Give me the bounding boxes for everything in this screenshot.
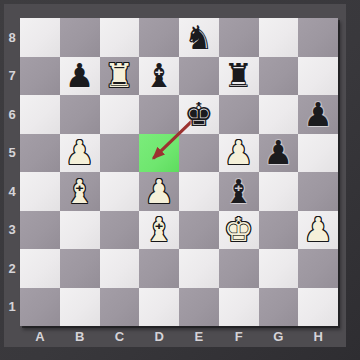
- square-f4[interactable]: ♝: [219, 172, 259, 211]
- window-background: 87654321 ABCDEFGH ♞♟♜♝♜♚♟♟♟♟♝♟♝♝♚♟: [0, 0, 360, 360]
- square-e1[interactable]: [179, 288, 219, 327]
- square-a3[interactable]: [20, 211, 60, 250]
- square-e5[interactable]: [179, 134, 219, 173]
- square-f3[interactable]: ♚: [219, 211, 259, 250]
- file-label-a: A: [20, 326, 60, 347]
- square-d6[interactable]: [139, 95, 179, 134]
- file-label-f: F: [219, 326, 259, 347]
- square-g8[interactable]: [259, 18, 299, 57]
- piece-black-pawn[interactable]: ♟: [65, 59, 95, 92]
- square-d5[interactable]: [139, 134, 179, 173]
- file-label-g: G: [259, 326, 299, 347]
- file-label-c: C: [100, 326, 140, 347]
- square-a7[interactable]: [20, 57, 60, 96]
- piece-black-rook[interactable]: ♜: [224, 59, 254, 92]
- board-frame: 87654321 ABCDEFGH ♞♟♜♝♜♚♟♟♟♟♝♟♝♝♚♟: [4, 4, 346, 347]
- square-b3[interactable]: [60, 211, 100, 250]
- chess-board: ♞♟♜♝♜♚♟♟♟♟♝♟♝♝♚♟: [20, 18, 338, 326]
- square-b8[interactable]: [60, 18, 100, 57]
- square-c6[interactable]: [100, 95, 140, 134]
- square-a8[interactable]: [20, 18, 60, 57]
- square-b6[interactable]: [60, 95, 100, 134]
- file-label-b: B: [60, 326, 100, 347]
- piece-black-pawn[interactable]: ♟: [303, 98, 333, 131]
- rank-label-6: 6: [4, 95, 20, 134]
- square-d3[interactable]: ♝: [139, 211, 179, 250]
- rank-label-8: 8: [4, 18, 20, 57]
- square-a2[interactable]: [20, 249, 60, 288]
- square-g5[interactable]: ♟: [259, 134, 299, 173]
- piece-white-pawn[interactable]: ♟: [144, 175, 174, 208]
- piece-white-rook[interactable]: ♜: [105, 59, 135, 92]
- piece-black-pawn[interactable]: ♟: [264, 136, 294, 169]
- square-b2[interactable]: [60, 249, 100, 288]
- square-c5[interactable]: [100, 134, 140, 173]
- file-label-d: D: [139, 326, 179, 347]
- square-f6[interactable]: [219, 95, 259, 134]
- piece-white-king[interactable]: ♚: [224, 213, 254, 246]
- square-h3[interactable]: ♟: [298, 211, 338, 250]
- square-g4[interactable]: [259, 172, 299, 211]
- square-e8[interactable]: ♞: [179, 18, 219, 57]
- square-h7[interactable]: [298, 57, 338, 96]
- rank-label-1: 1: [4, 288, 20, 327]
- square-e6[interactable]: ♚: [179, 95, 219, 134]
- piece-black-bishop[interactable]: ♝: [144, 59, 174, 92]
- board-grid: ♞♟♜♝♜♚♟♟♟♟♝♟♝♝♚♟: [20, 18, 338, 326]
- rank-label-7: 7: [4, 57, 20, 96]
- square-g1[interactable]: [259, 288, 299, 327]
- square-h5[interactable]: [298, 134, 338, 173]
- square-g3[interactable]: [259, 211, 299, 250]
- square-a5[interactable]: [20, 134, 60, 173]
- square-d8[interactable]: [139, 18, 179, 57]
- square-f5[interactable]: ♟: [219, 134, 259, 173]
- square-g7[interactable]: [259, 57, 299, 96]
- square-b1[interactable]: [60, 288, 100, 327]
- rank-label-2: 2: [4, 249, 20, 288]
- square-b4[interactable]: ♝: [60, 172, 100, 211]
- file-labels: ABCDEFGH: [20, 326, 338, 347]
- piece-white-bishop[interactable]: ♝: [144, 213, 174, 246]
- square-c3[interactable]: [100, 211, 140, 250]
- square-f2[interactable]: [219, 249, 259, 288]
- square-c4[interactable]: [100, 172, 140, 211]
- square-a4[interactable]: [20, 172, 60, 211]
- piece-white-pawn[interactable]: ♟: [65, 136, 95, 169]
- square-g6[interactable]: [259, 95, 299, 134]
- square-c2[interactable]: [100, 249, 140, 288]
- square-b5[interactable]: ♟: [60, 134, 100, 173]
- square-d4[interactable]: ♟: [139, 172, 179, 211]
- square-d2[interactable]: [139, 249, 179, 288]
- piece-black-knight[interactable]: ♞: [184, 21, 214, 54]
- piece-white-pawn[interactable]: ♟: [303, 213, 333, 246]
- square-h1[interactable]: [298, 288, 338, 327]
- rank-label-5: 5: [4, 134, 20, 173]
- piece-black-bishop[interactable]: ♝: [224, 175, 254, 208]
- square-a6[interactable]: [20, 95, 60, 134]
- square-a1[interactable]: [20, 288, 60, 327]
- square-c8[interactable]: [100, 18, 140, 57]
- square-e2[interactable]: [179, 249, 219, 288]
- square-f1[interactable]: [219, 288, 259, 327]
- square-e3[interactable]: [179, 211, 219, 250]
- rank-labels: 87654321: [4, 18, 20, 326]
- file-label-e: E: [179, 326, 219, 347]
- square-e7[interactable]: [179, 57, 219, 96]
- file-label-h: H: [298, 326, 338, 347]
- piece-white-pawn[interactable]: ♟: [224, 136, 254, 169]
- square-h2[interactable]: [298, 249, 338, 288]
- piece-white-bishop[interactable]: ♝: [65, 175, 95, 208]
- square-c1[interactable]: [100, 288, 140, 327]
- square-d7[interactable]: ♝: [139, 57, 179, 96]
- rank-label-4: 4: [4, 172, 20, 211]
- piece-black-king[interactable]: ♚: [184, 98, 214, 131]
- square-h8[interactable]: [298, 18, 338, 57]
- square-e4[interactable]: [179, 172, 219, 211]
- square-d1[interactable]: [139, 288, 179, 327]
- square-g2[interactable]: [259, 249, 299, 288]
- square-f8[interactable]: [219, 18, 259, 57]
- square-h4[interactable]: [298, 172, 338, 211]
- rank-label-3: 3: [4, 211, 20, 250]
- square-c7[interactable]: ♜: [100, 57, 140, 96]
- square-b7[interactable]: ♟: [60, 57, 100, 96]
- square-h6[interactable]: ♟: [298, 95, 338, 134]
- square-f7[interactable]: ♜: [219, 57, 259, 96]
